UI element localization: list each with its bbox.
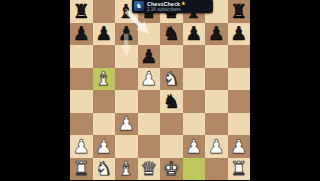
black-pawn[interactable]: ♟ <box>138 45 161 68</box>
square-g6[interactable] <box>205 45 228 68</box>
black-pawn[interactable]: ♟ <box>115 23 138 46</box>
black-pawn[interactable]: ♟ <box>228 23 251 46</box>
square-g4[interactable] <box>205 90 228 113</box>
square-a1[interactable]: ♜ <box>70 158 93 181</box>
square-e4[interactable]: ♞ <box>160 90 183 113</box>
square-h2[interactable]: ♟ <box>228 135 251 158</box>
square-g2[interactable]: ♟ <box>205 135 228 158</box>
black-rook[interactable]: ♜ <box>70 0 93 23</box>
square-e6[interactable] <box>160 45 183 68</box>
square-e3[interactable] <box>160 113 183 136</box>
square-b8[interactable] <box>93 0 116 23</box>
square-e2[interactable] <box>160 135 183 158</box>
white-king[interactable]: ♚ <box>160 158 183 181</box>
square-g3[interactable] <box>205 113 228 136</box>
white-rook[interactable]: ♜ <box>70 158 93 181</box>
square-h4[interactable] <box>228 90 251 113</box>
square-b2[interactable]: ♟ <box>93 135 116 158</box>
square-f4[interactable] <box>183 90 206 113</box>
square-a4[interactable] <box>70 90 93 113</box>
black-pawn[interactable]: ♟ <box>70 23 93 46</box>
square-a3[interactable] <box>70 113 93 136</box>
white-rook[interactable]: ♜ <box>228 158 251 181</box>
square-f1[interactable] <box>183 158 206 181</box>
verified-star-icon: ★ <box>181 1 185 6</box>
square-h6[interactable] <box>228 45 251 68</box>
black-rook[interactable]: ♜ <box>228 0 251 23</box>
player-subtitle: 2.1K subscribers <box>147 7 186 12</box>
square-g1[interactable] <box>205 158 228 181</box>
square-h5[interactable] <box>228 68 251 91</box>
white-pawn[interactable]: ♟ <box>183 135 206 158</box>
square-a7[interactable]: ♟ <box>70 23 93 46</box>
white-pawn[interactable]: ♟ <box>205 135 228 158</box>
square-a8[interactable]: ♜ <box>70 0 93 23</box>
square-b4[interactable] <box>93 90 116 113</box>
square-d7[interactable] <box>138 23 161 46</box>
square-e1[interactable]: ♚ <box>160 158 183 181</box>
square-d6[interactable]: ♟ <box>138 45 161 68</box>
square-e5[interactable]: ♞ <box>160 68 183 91</box>
square-c2[interactable] <box>115 135 138 158</box>
square-a5[interactable] <box>70 68 93 91</box>
white-knight[interactable]: ♞ <box>93 158 116 181</box>
video-frame: ♜♝♛♚♝♜♟♟♟♞♟♟♟♟♝♟♞♞♟♟♟♟♟♟♜♞♝♛♚♜ ♞ ChessCh… <box>0 0 320 180</box>
square-b6[interactable] <box>93 45 116 68</box>
square-a2[interactable]: ♟ <box>70 135 93 158</box>
square-h7[interactable]: ♟ <box>228 23 251 46</box>
square-f3[interactable] <box>183 113 206 136</box>
square-d1[interactable]: ♛ <box>138 158 161 181</box>
player-banner-text: ChessCheck ★ 2.1K subscribers <box>147 1 186 12</box>
player-banner[interactable]: ♞ ChessCheck ★ 2.1K subscribers <box>132 0 213 13</box>
black-pawn[interactable]: ♟ <box>205 23 228 46</box>
square-g5[interactable] <box>205 68 228 91</box>
square-c3[interactable]: ♟ <box>115 113 138 136</box>
square-d2[interactable] <box>138 135 161 158</box>
black-knight[interactable]: ♞ <box>160 23 183 46</box>
white-queen[interactable]: ♛ <box>138 158 161 181</box>
square-h8[interactable]: ♜ <box>228 0 251 23</box>
chess-board: ♜♝♛♚♝♜♟♟♟♞♟♟♟♟♝♟♞♞♟♟♟♟♟♟♜♞♝♛♚♜ <box>70 0 250 180</box>
square-b7[interactable]: ♟ <box>93 23 116 46</box>
square-f5[interactable] <box>183 68 206 91</box>
square-b5[interactable]: ♝ <box>93 68 116 91</box>
black-pawn[interactable]: ♟ <box>93 23 116 46</box>
square-c7[interactable]: ♟ <box>115 23 138 46</box>
streamer-avatar-icon: ♞ <box>134 1 144 11</box>
white-pawn[interactable]: ♟ <box>93 135 116 158</box>
square-d5[interactable]: ♟ <box>138 68 161 91</box>
white-bishop[interactable]: ♝ <box>93 68 116 91</box>
white-pawn[interactable]: ♟ <box>115 113 138 136</box>
black-knight[interactable]: ♞ <box>160 90 183 113</box>
square-b3[interactable] <box>93 113 116 136</box>
square-a6[interactable] <box>70 45 93 68</box>
square-d3[interactable] <box>138 113 161 136</box>
square-g7[interactable]: ♟ <box>205 23 228 46</box>
square-c1[interactable]: ♝ <box>115 158 138 181</box>
black-pawn[interactable]: ♟ <box>183 23 206 46</box>
white-knight[interactable]: ♞ <box>160 68 183 91</box>
square-f2[interactable]: ♟ <box>183 135 206 158</box>
white-pawn[interactable]: ♟ <box>138 68 161 91</box>
white-pawn[interactable]: ♟ <box>228 135 251 158</box>
white-pawn[interactable]: ♟ <box>70 135 93 158</box>
square-f7[interactable]: ♟ <box>183 23 206 46</box>
square-h1[interactable]: ♜ <box>228 158 251 181</box>
square-h3[interactable] <box>228 113 251 136</box>
square-f6[interactable] <box>183 45 206 68</box>
white-bishop[interactable]: ♝ <box>115 158 138 181</box>
square-b1[interactable]: ♞ <box>93 158 116 181</box>
square-c5[interactable] <box>115 68 138 91</box>
square-c6[interactable] <box>115 45 138 68</box>
square-e7[interactable]: ♞ <box>160 23 183 46</box>
square-c4[interactable] <box>115 90 138 113</box>
square-d4[interactable] <box>138 90 161 113</box>
